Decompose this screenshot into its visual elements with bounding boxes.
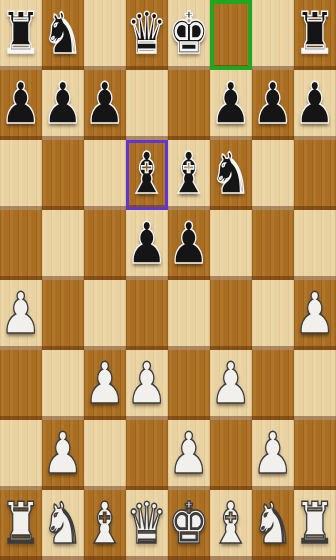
- square-f6[interactable]: ♞: [210, 140, 252, 210]
- square-a4[interactable]: ♟: [0, 280, 42, 350]
- piece-black-pawn: ♟: [42, 58, 83, 149]
- square-d3[interactable]: ♟: [126, 350, 168, 420]
- square-a6[interactable]: [0, 140, 42, 210]
- square-a3[interactable]: [0, 350, 42, 420]
- piece-white-king: ♚: [168, 478, 209, 560]
- square-d1[interactable]: ♛: [126, 490, 168, 560]
- piece-black-pawn: ♟: [294, 58, 335, 149]
- square-e4[interactable]: [168, 280, 210, 350]
- square-b5[interactable]: [42, 210, 84, 280]
- chess-app-screen: ♜♞♛♚♜♟♟♟♟♟♟♝♝♞♟♟♟♟♟♟♟♟♟♟♜♞♝♛♚♝♞♜: [0, 0, 336, 560]
- piece-black-pawn: ♟: [252, 58, 293, 149]
- piece-black-pawn: ♟: [168, 198, 209, 289]
- square-g5[interactable]: [252, 210, 294, 280]
- piece-white-pawn: ♟: [294, 268, 335, 359]
- square-f3[interactable]: ♟: [210, 350, 252, 420]
- square-f1[interactable]: ♝: [210, 490, 252, 560]
- square-a7[interactable]: ♟: [0, 70, 42, 140]
- square-e8[interactable]: ♚: [168, 0, 210, 70]
- square-b4[interactable]: [42, 280, 84, 350]
- square-h3[interactable]: [294, 350, 336, 420]
- piece-white-rook: ♜: [294, 478, 335, 560]
- piece-white-bishop: ♝: [84, 478, 125, 560]
- piece-white-knight: ♞: [42, 478, 83, 560]
- piece-white-pawn: ♟: [84, 338, 125, 429]
- piece-white-pawn: ♟: [210, 338, 251, 429]
- square-g1[interactable]: ♞: [252, 490, 294, 560]
- square-c7[interactable]: ♟: [84, 70, 126, 140]
- square-c3[interactable]: ♟: [84, 350, 126, 420]
- piece-black-queen: ♛: [126, 0, 167, 79]
- piece-white-bishop: ♝: [210, 478, 251, 560]
- square-f5[interactable]: [210, 210, 252, 280]
- square-c6[interactable]: [84, 140, 126, 210]
- square-a1[interactable]: ♜: [0, 490, 42, 560]
- square-e5[interactable]: ♟: [168, 210, 210, 280]
- square-d8[interactable]: ♛: [126, 0, 168, 70]
- square-h6[interactable]: [294, 140, 336, 210]
- square-e1[interactable]: ♚: [168, 490, 210, 560]
- piece-white-knight: ♞: [252, 478, 293, 560]
- piece-white-pawn: ♟: [0, 268, 41, 359]
- piece-black-king: ♚: [168, 0, 209, 79]
- square-c1[interactable]: ♝: [84, 490, 126, 560]
- square-h7[interactable]: ♟: [294, 70, 336, 140]
- square-c5[interactable]: [84, 210, 126, 280]
- chess-board: ♜♞♛♚♜♟♟♟♟♟♟♝♝♞♟♟♟♟♟♟♟♟♟♟♜♞♝♛♚♝♞♜: [0, 0, 336, 560]
- square-d5[interactable]: ♟: [126, 210, 168, 280]
- piece-black-knight: ♞: [210, 128, 251, 219]
- piece-black-pawn: ♟: [0, 58, 41, 149]
- piece-white-rook: ♜: [0, 478, 41, 560]
- piece-white-pawn: ♟: [126, 338, 167, 429]
- square-b1[interactable]: ♞: [42, 490, 84, 560]
- square-b7[interactable]: ♟: [42, 70, 84, 140]
- square-h1[interactable]: ♜: [294, 490, 336, 560]
- square-g4[interactable]: [252, 280, 294, 350]
- square-h4[interactable]: ♟: [294, 280, 336, 350]
- square-g6[interactable]: [252, 140, 294, 210]
- square-g7[interactable]: ♟: [252, 70, 294, 140]
- piece-black-pawn: ♟: [126, 198, 167, 289]
- piece-black-pawn: ♟: [84, 58, 125, 149]
- piece-white-queen: ♛: [126, 478, 167, 560]
- square-b6[interactable]: [42, 140, 84, 210]
